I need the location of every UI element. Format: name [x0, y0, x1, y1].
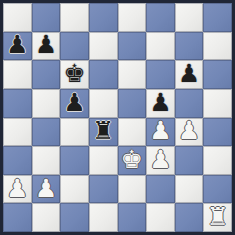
square-h1[interactable]: ♜: [203, 203, 232, 232]
square-e5[interactable]: [118, 89, 147, 118]
white-rook[interactable]: ♜: [206, 204, 228, 229]
square-e7[interactable]: [118, 32, 147, 61]
square-h8[interactable]: [203, 3, 232, 32]
square-f2[interactable]: [146, 175, 175, 204]
square-g2[interactable]: [175, 175, 204, 204]
square-h4[interactable]: [203, 118, 232, 147]
square-g3[interactable]: [175, 146, 204, 175]
square-d6[interactable]: [89, 60, 118, 89]
square-b2[interactable]: ♟: [32, 175, 61, 204]
square-g1[interactable]: [175, 203, 204, 232]
square-c1[interactable]: [60, 203, 89, 232]
chessboard: ♟♟♚♟♟♟♜♟♟♚♟♟♟♜: [3, 3, 232, 232]
square-d7[interactable]: [89, 32, 118, 61]
square-h6[interactable]: [203, 60, 232, 89]
black-pawn[interactable]: ♟: [63, 90, 85, 115]
square-g6[interactable]: ♟: [175, 60, 204, 89]
square-b6[interactable]: [32, 60, 61, 89]
square-a8[interactable]: [3, 3, 32, 32]
square-h7[interactable]: [203, 32, 232, 61]
black-king[interactable]: ♚: [63, 61, 85, 86]
square-b8[interactable]: [32, 3, 61, 32]
square-h3[interactable]: [203, 146, 232, 175]
white-pawn[interactable]: ♟: [149, 118, 171, 143]
square-c3[interactable]: [60, 146, 89, 175]
square-c7[interactable]: [60, 32, 89, 61]
white-pawn[interactable]: ♟: [149, 147, 171, 172]
square-b4[interactable]: [32, 118, 61, 147]
square-h5[interactable]: [203, 89, 232, 118]
square-d4[interactable]: ♜: [89, 118, 118, 147]
square-c2[interactable]: [60, 175, 89, 204]
square-b1[interactable]: [32, 203, 61, 232]
square-c6[interactable]: ♚: [60, 60, 89, 89]
square-a2[interactable]: ♟: [3, 175, 32, 204]
square-d2[interactable]: [89, 175, 118, 204]
white-pawn[interactable]: ♟: [178, 118, 200, 143]
black-rook[interactable]: ♜: [92, 118, 114, 143]
square-e3[interactable]: ♚: [118, 146, 147, 175]
square-a7[interactable]: ♟: [3, 32, 32, 61]
square-c5[interactable]: ♟: [60, 89, 89, 118]
square-e2[interactable]: [118, 175, 147, 204]
square-d1[interactable]: [89, 203, 118, 232]
square-f8[interactable]: [146, 3, 175, 32]
square-d5[interactable]: [89, 89, 118, 118]
square-c4[interactable]: [60, 118, 89, 147]
white-pawn[interactable]: ♟: [6, 176, 28, 201]
square-f7[interactable]: [146, 32, 175, 61]
square-d3[interactable]: [89, 146, 118, 175]
black-pawn[interactable]: ♟: [35, 32, 57, 57]
black-pawn[interactable]: ♟: [6, 32, 28, 57]
square-g5[interactable]: [175, 89, 204, 118]
square-f5[interactable]: ♟: [146, 89, 175, 118]
square-g7[interactable]: [175, 32, 204, 61]
chessboard-frame: ♟♟♚♟♟♟♜♟♟♚♟♟♟♜: [0, 0, 235, 235]
square-g4[interactable]: ♟: [175, 118, 204, 147]
square-d8[interactable]: [89, 3, 118, 32]
square-f1[interactable]: [146, 203, 175, 232]
square-f4[interactable]: ♟: [146, 118, 175, 147]
white-pawn[interactable]: ♟: [35, 176, 57, 201]
square-h2[interactable]: [203, 175, 232, 204]
square-g8[interactable]: [175, 3, 204, 32]
square-c8[interactable]: [60, 3, 89, 32]
white-king[interactable]: ♚: [121, 147, 143, 172]
square-e4[interactable]: [118, 118, 147, 147]
square-a3[interactable]: [3, 146, 32, 175]
black-pawn[interactable]: ♟: [149, 90, 171, 115]
square-b7[interactable]: ♟: [32, 32, 61, 61]
square-f3[interactable]: ♟: [146, 146, 175, 175]
square-f6[interactable]: [146, 60, 175, 89]
square-a1[interactable]: [3, 203, 32, 232]
square-e1[interactable]: [118, 203, 147, 232]
square-a4[interactable]: [3, 118, 32, 147]
square-e6[interactable]: [118, 60, 147, 89]
black-pawn[interactable]: ♟: [178, 61, 200, 86]
square-a6[interactable]: [3, 60, 32, 89]
square-e8[interactable]: [118, 3, 147, 32]
square-a5[interactable]: [3, 89, 32, 118]
square-b3[interactable]: [32, 146, 61, 175]
square-b5[interactable]: [32, 89, 61, 118]
